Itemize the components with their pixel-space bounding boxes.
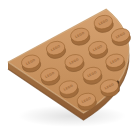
- lego-part-photo: LEGOLEGOLEGOLEGOLEGOLEGOLEGOLEGOLEGOLEGO…: [0, 0, 135, 135]
- lego-plate-illustration: LEGOLEGOLEGOLEGOLEGOLEGOLEGOLEGOLEGOLEGO…: [0, 0, 135, 135]
